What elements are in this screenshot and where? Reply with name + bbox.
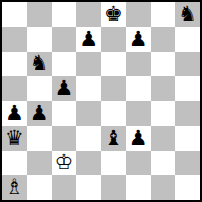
square-f3[interactable]: ♟ xyxy=(126,126,151,151)
square-g7[interactable] xyxy=(151,27,176,52)
square-g5[interactable] xyxy=(151,76,176,101)
square-g2[interactable] xyxy=(151,151,176,176)
square-e6[interactable] xyxy=(101,52,126,77)
square-f7[interactable]: ♟ xyxy=(126,27,151,52)
piece-black-pawn: ♟ xyxy=(54,78,73,99)
square-f8[interactable] xyxy=(126,2,151,27)
square-f4[interactable] xyxy=(126,101,151,126)
square-a4[interactable]: ♟ xyxy=(2,101,27,126)
piece-black-queen: ♛ xyxy=(5,128,24,149)
piece-black-pawn: ♟ xyxy=(79,29,98,50)
square-a2[interactable] xyxy=(2,151,27,176)
square-b6[interactable]: ♞ xyxy=(27,52,52,77)
piece-white-king: ♔ xyxy=(54,152,73,173)
square-d8[interactable] xyxy=(76,2,101,27)
square-d3[interactable] xyxy=(76,126,101,151)
square-f5[interactable] xyxy=(126,76,151,101)
square-f6[interactable] xyxy=(126,52,151,77)
square-h5[interactable] xyxy=(175,76,200,101)
square-d6[interactable] xyxy=(76,52,101,77)
chess-board: ♚♞♟♟♞♟♟♟♛♝♟♔♗ xyxy=(0,0,202,202)
square-f1[interactable] xyxy=(126,175,151,200)
square-e8[interactable]: ♚ xyxy=(101,2,126,27)
square-c3[interactable] xyxy=(52,126,77,151)
square-c8[interactable] xyxy=(52,2,77,27)
square-e1[interactable] xyxy=(101,175,126,200)
square-b5[interactable] xyxy=(27,76,52,101)
square-b1[interactable] xyxy=(27,175,52,200)
square-a8[interactable] xyxy=(2,2,27,27)
square-g4[interactable] xyxy=(151,101,176,126)
square-a1[interactable]: ♗ xyxy=(2,175,27,200)
square-c7[interactable] xyxy=(52,27,77,52)
square-c6[interactable] xyxy=(52,52,77,77)
square-e4[interactable] xyxy=(101,101,126,126)
square-g6[interactable] xyxy=(151,52,176,77)
square-d5[interactable] xyxy=(76,76,101,101)
square-g1[interactable] xyxy=(151,175,176,200)
square-b3[interactable] xyxy=(27,126,52,151)
square-h8[interactable]: ♞ xyxy=(175,2,200,27)
square-a7[interactable] xyxy=(2,27,27,52)
square-c4[interactable] xyxy=(52,101,77,126)
square-a3[interactable]: ♛ xyxy=(2,126,27,151)
piece-black-pawn: ♟ xyxy=(30,103,49,124)
piece-black-knight: ♞ xyxy=(30,53,49,74)
square-a5[interactable] xyxy=(2,76,27,101)
square-h4[interactable] xyxy=(175,101,200,126)
piece-black-pawn: ♟ xyxy=(129,128,148,149)
square-g3[interactable] xyxy=(151,126,176,151)
square-g8[interactable] xyxy=(151,2,176,27)
square-e5[interactable] xyxy=(101,76,126,101)
chess-diagram: ♚♞♟♟♞♟♟♟♛♝♟♔♗ xyxy=(0,0,202,202)
square-d4[interactable] xyxy=(76,101,101,126)
piece-black-pawn: ♟ xyxy=(5,103,24,124)
piece-black-knight: ♞ xyxy=(178,4,197,25)
square-h2[interactable] xyxy=(175,151,200,176)
piece-white-bishop: ♗ xyxy=(5,177,24,198)
square-d7[interactable]: ♟ xyxy=(76,27,101,52)
square-c5[interactable]: ♟ xyxy=(52,76,77,101)
square-h7[interactable] xyxy=(175,27,200,52)
square-h6[interactable] xyxy=(175,52,200,77)
square-b8[interactable] xyxy=(27,2,52,27)
piece-black-king: ♚ xyxy=(104,4,123,25)
square-d2[interactable] xyxy=(76,151,101,176)
square-d1[interactable] xyxy=(76,175,101,200)
square-e2[interactable] xyxy=(101,151,126,176)
square-e7[interactable] xyxy=(101,27,126,52)
square-b2[interactable] xyxy=(27,151,52,176)
square-b4[interactable]: ♟ xyxy=(27,101,52,126)
piece-black-pawn: ♟ xyxy=(129,29,148,50)
square-b7[interactable] xyxy=(27,27,52,52)
square-h3[interactable] xyxy=(175,126,200,151)
piece-black-bishop: ♝ xyxy=(104,128,123,149)
square-h1[interactable] xyxy=(175,175,200,200)
square-c1[interactable] xyxy=(52,175,77,200)
square-f2[interactable] xyxy=(126,151,151,176)
square-c2[interactable]: ♔ xyxy=(52,151,77,176)
square-a6[interactable] xyxy=(2,52,27,77)
square-e3[interactable]: ♝ xyxy=(101,126,126,151)
